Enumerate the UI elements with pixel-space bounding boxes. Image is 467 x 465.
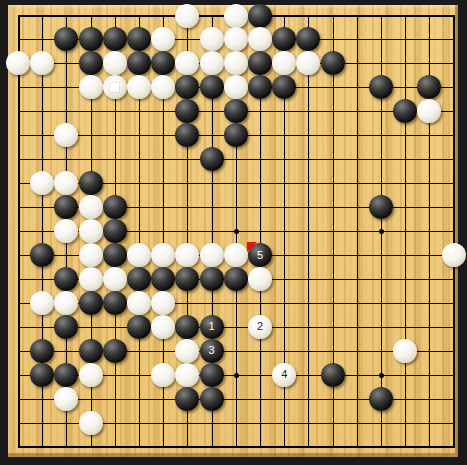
stone-white[interactable] [54,291,78,315]
stone-black[interactable] [103,339,127,363]
stone-white[interactable] [30,291,54,315]
stone-black[interactable] [151,267,175,291]
stone-black[interactable] [200,387,224,411]
stone-black[interactable] [54,267,78,291]
stone-white[interactable] [175,243,199,267]
stone-white[interactable] [224,243,248,267]
stone-black[interactable] [248,4,272,28]
stone-white[interactable] [54,387,78,411]
grid-line [453,16,455,448]
stone-white[interactable] [54,219,78,243]
stone-black[interactable] [321,51,345,75]
stone-black[interactable]: 5 [248,243,272,267]
stone-black[interactable] [175,267,199,291]
stone-black[interactable] [79,171,103,195]
stone-black[interactable] [103,243,127,267]
go-board[interactable]: 51234 [8,5,458,457]
stone-white[interactable] [54,171,78,195]
move-number-label: 1 [209,321,215,332]
stone-white[interactable] [296,51,320,75]
stone-white[interactable] [79,267,103,291]
stone-white[interactable] [248,267,272,291]
stone-white[interactable] [79,243,103,267]
move-number-label: 5 [257,250,263,261]
grid-line [18,327,455,328]
stone-white[interactable] [79,363,103,387]
stone-white[interactable] [30,51,54,75]
stone-black[interactable] [248,51,272,75]
stone-black[interactable] [296,27,320,51]
stone-white[interactable] [151,243,175,267]
stone-white[interactable] [224,75,248,99]
stone-white[interactable] [30,171,54,195]
star-point [379,373,384,378]
stone-black[interactable] [79,51,103,75]
move-number-label: 3 [209,345,215,356]
stone-black[interactable]: 3 [200,339,224,363]
stone-white[interactable] [127,75,151,99]
stone-black[interactable] [103,195,127,219]
stone-black[interactable]: 1 [200,315,224,339]
stone-black[interactable] [54,195,78,219]
stone-black[interactable] [224,123,248,147]
stone-black[interactable] [321,363,345,387]
stone-white[interactable] [200,51,224,75]
stone-black[interactable] [369,387,393,411]
stone-black[interactable] [30,339,54,363]
stone-white[interactable] [175,339,199,363]
stone-white[interactable] [151,75,175,99]
stone-black[interactable] [393,99,417,123]
stone-black[interactable] [369,75,393,99]
grid-line [18,446,455,448]
stone-black[interactable] [79,291,103,315]
stone-white[interactable] [127,291,151,315]
stone-white[interactable]: 2 [248,315,272,339]
star-point [234,229,239,234]
stone-black[interactable] [200,363,224,387]
stone-black[interactable] [127,27,151,51]
stone-black[interactable] [224,99,248,123]
stone-white[interactable] [393,339,417,363]
stone-white[interactable] [151,363,175,387]
stone-black[interactable] [175,123,199,147]
stone-black[interactable] [54,315,78,339]
stone-black[interactable] [127,51,151,75]
stone-white[interactable] [417,99,441,123]
star-point [379,229,384,234]
stone-white[interactable] [151,315,175,339]
stone-white[interactable] [175,363,199,387]
stone-black[interactable] [272,75,296,99]
stone-black[interactable] [79,339,103,363]
stone-black[interactable] [127,267,151,291]
stone-white[interactable] [79,195,103,219]
stone-black[interactable] [369,195,393,219]
stone-black[interactable] [175,387,199,411]
stone-black[interactable] [224,267,248,291]
stone-white[interactable] [79,411,103,435]
stone-white[interactable] [442,243,466,267]
stone-black[interactable] [175,315,199,339]
stone-white[interactable] [151,27,175,51]
stone-white[interactable] [103,51,127,75]
stone-white[interactable] [103,75,127,99]
grid-line [308,16,309,448]
stone-white[interactable] [151,291,175,315]
stone-white[interactable] [248,27,272,51]
grid-line [405,16,406,448]
star-point [234,373,239,378]
square-marker-icon [110,83,119,92]
stone-white[interactable] [224,4,248,28]
stone-black[interactable] [200,267,224,291]
stone-white[interactable] [103,267,127,291]
stone-black[interactable] [54,363,78,387]
screenshot-root: 51234 [0,0,467,465]
stone-black[interactable] [200,147,224,171]
stone-white[interactable] [175,51,199,75]
stone-white[interactable] [200,243,224,267]
move-number-label: 4 [281,369,287,380]
stone-black[interactable] [417,75,441,99]
stone-white[interactable] [79,219,103,243]
stone-white[interactable] [6,51,30,75]
stone-white[interactable] [272,51,296,75]
stone-black[interactable] [54,27,78,51]
stone-black[interactable] [248,75,272,99]
stone-black[interactable] [272,27,296,51]
stone-black[interactable] [200,75,224,99]
stone-black[interactable] [127,315,151,339]
stone-white[interactable] [79,75,103,99]
stone-white[interactable] [175,4,199,28]
stone-white[interactable] [224,27,248,51]
stone-black[interactable] [103,291,127,315]
stone-white[interactable]: 4 [272,363,296,387]
stone-black[interactable] [30,243,54,267]
stone-white[interactable] [54,123,78,147]
stone-black[interactable] [175,99,199,123]
stone-black[interactable] [30,363,54,387]
stone-white[interactable] [127,243,151,267]
stone-black[interactable] [151,51,175,75]
stone-black[interactable] [79,27,103,51]
last-move-triangle-icon [247,242,257,252]
move-number-label: 2 [257,321,263,332]
stone-black[interactable] [103,27,127,51]
grid-line [357,16,358,448]
stone-black[interactable] [103,219,127,243]
stone-black[interactable] [175,75,199,99]
stone-white[interactable] [200,27,224,51]
stone-white[interactable] [224,51,248,75]
